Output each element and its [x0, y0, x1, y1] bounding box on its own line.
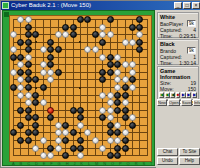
stone-black — [99, 39, 106, 46]
stone-black — [77, 107, 84, 114]
stone-black — [70, 145, 77, 152]
stone-white — [47, 152, 54, 159]
vcr-last-button[interactable]: ▶ — [192, 92, 197, 98]
stone-black — [70, 129, 77, 136]
board-frame: ABCDEFGHJKLMNOPQRST — [2, 10, 155, 166]
vcr-controls: ◀◀◀■▶▶▶ — [158, 92, 198, 99]
stone-white — [55, 145, 62, 152]
vcr-forward-button[interactable]: ▶ — [181, 92, 186, 98]
star-point — [79, 87, 81, 89]
stone-white — [40, 46, 47, 53]
stone-white — [107, 31, 114, 38]
stone-black — [107, 122, 114, 129]
stone-black — [129, 24, 136, 31]
side-panel: White BaoPlayer 9k Captured: 4 Time: 0:2… — [156, 10, 200, 168]
stone-white — [107, 92, 114, 99]
vcr-first-button[interactable]: ◀ — [159, 92, 164, 98]
stone-white — [40, 99, 47, 106]
stone-white — [99, 92, 106, 99]
stone-black — [107, 16, 114, 23]
white-player-name: BaoPlayer — [160, 21, 183, 27]
star-point — [79, 132, 81, 134]
stone-black — [62, 137, 69, 144]
stone-black — [107, 54, 114, 61]
stone-black — [25, 69, 32, 76]
stone-white — [122, 99, 129, 106]
stone-white — [40, 69, 47, 76]
stone-white — [99, 107, 106, 114]
stone-white — [129, 84, 136, 91]
stone-black — [122, 145, 129, 152]
stone-white — [92, 137, 99, 144]
stone-black — [70, 24, 77, 31]
stone-white — [107, 99, 114, 106]
vcr-stop-button[interactable]: ■ — [176, 92, 181, 98]
stone-white — [122, 39, 129, 46]
stone-black — [25, 107, 32, 114]
stone-black — [70, 107, 77, 114]
stone-white — [99, 145, 106, 152]
white-player-box: White BaoPlayer 9k Captured: 4 Time: 0:2… — [157, 12, 199, 38]
stone-black — [25, 39, 32, 46]
app-window: Cyber Baduk 2.1 : (Move 150) _ □ × ABCDE… — [0, 0, 200, 168]
stone-white — [122, 61, 129, 68]
stone-black — [122, 92, 129, 99]
stone-white — [107, 114, 114, 121]
stone-white — [25, 16, 32, 23]
black-name-row: Brando 9k — [158, 47, 198, 54]
stone-white — [114, 122, 121, 129]
stone-black — [77, 137, 84, 144]
stone-black — [70, 31, 77, 38]
stone-white — [129, 69, 136, 76]
black-rank-field[interactable]: 9k — [187, 47, 196, 54]
stone-black — [114, 152, 121, 159]
game-info-title: Game Information — [158, 67, 198, 80]
stone-black — [77, 145, 84, 152]
minimize-button[interactable]: _ — [174, 2, 182, 9]
stone-white — [40, 152, 47, 159]
stone-white — [129, 39, 136, 46]
action-buttons: Chat To Site Undo Help — [157, 148, 200, 165]
toolbar-new-button[interactable]: New — [157, 99, 167, 106]
stone-black — [122, 107, 129, 114]
stone-white — [25, 54, 32, 61]
stone-black — [122, 137, 129, 144]
stone-black — [122, 84, 129, 91]
frame-corner-badge — [4, 12, 9, 17]
stone-black — [25, 137, 32, 144]
toolbar-save-button[interactable]: Save — [181, 99, 192, 106]
stone-black — [62, 122, 69, 129]
close-button[interactable]: × — [192, 2, 200, 9]
stone-black — [122, 114, 129, 121]
vcr-forward-fast-button[interactable]: ▶ — [186, 92, 191, 98]
stone-black — [62, 152, 69, 159]
stone-black — [40, 84, 47, 91]
black-label: Black — [158, 40, 198, 47]
white-label: White — [158, 13, 198, 20]
stone-white — [40, 137, 47, 144]
stone-white — [114, 69, 121, 76]
goban[interactable] — [10, 16, 151, 161]
stone-black — [107, 152, 114, 159]
to-site-button[interactable]: To Site — [179, 148, 200, 156]
stone-white — [32, 145, 39, 152]
vcr-back-button[interactable]: ◀ — [170, 92, 175, 98]
stone-black — [47, 54, 54, 61]
app-icon — [2, 2, 9, 9]
stone-white — [10, 69, 17, 76]
stone-black — [10, 54, 17, 61]
stone-black — [114, 145, 121, 152]
stone-black — [77, 16, 84, 23]
board-coordinates: ABCDEFGHJKLMNOPQRST — [10, 161, 153, 166]
game-info-box: Game Information Size: 19 Move: 150 ◀◀◀■… — [157, 66, 199, 100]
help-button[interactable]: Help — [179, 157, 200, 165]
stone-black — [25, 31, 32, 38]
stone-white — [77, 152, 84, 159]
stone-last-move — [47, 107, 54, 114]
stone-white — [55, 31, 62, 38]
stone-white — [55, 137, 62, 144]
stone-black — [47, 145, 54, 152]
stone-black — [62, 24, 69, 31]
star-point — [79, 41, 81, 43]
stone-white — [114, 54, 121, 61]
stone-white — [107, 137, 114, 144]
stone-white — [107, 107, 114, 114]
star-point — [35, 41, 37, 43]
panel-toolbar: NewOpenSaveInfo — [157, 99, 200, 106]
stone-black — [25, 84, 32, 91]
toolbar-open-button[interactable]: Open — [168, 99, 180, 106]
window-title: Cyber Baduk 2.1 : (Move 150) — [11, 2, 174, 9]
stone-black — [92, 31, 99, 38]
stone-white — [99, 24, 106, 31]
stone-white — [77, 122, 84, 129]
chat-button[interactable]: Chat — [157, 148, 178, 156]
white-name-row: BaoPlayer 9k — [158, 20, 198, 27]
stone-white — [55, 122, 62, 129]
stone-black — [55, 46, 62, 53]
white-rank-field[interactable]: 9k — [187, 20, 196, 27]
maximize-button[interactable]: □ — [183, 2, 191, 9]
toolbar-info-button[interactable]: Info — [193, 99, 200, 106]
stone-black — [107, 69, 114, 76]
stone-black — [32, 92, 39, 99]
stone-black — [25, 24, 32, 31]
black-player-name: Brando — [160, 48, 176, 54]
stone-black — [129, 122, 136, 129]
stone-white — [25, 99, 32, 106]
stone-white — [25, 92, 32, 99]
star-point — [35, 87, 37, 89]
stone-white — [122, 129, 129, 136]
window-controls: _ □ × — [174, 2, 200, 9]
black-player-box: Black Brando 9k Captured: 1 Time: 1:30:1… — [157, 39, 199, 65]
stone-black — [114, 92, 121, 99]
stone-black — [10, 84, 17, 91]
stone-black — [47, 39, 54, 46]
title-bar: Cyber Baduk 2.1 : (Move 150) _ □ × — [1, 1, 200, 10]
stone-black — [55, 69, 62, 76]
undo-button[interactable]: Undo — [157, 157, 178, 165]
vcr-back-fast-button[interactable]: ◀ — [165, 92, 170, 98]
stone-black — [114, 107, 121, 114]
